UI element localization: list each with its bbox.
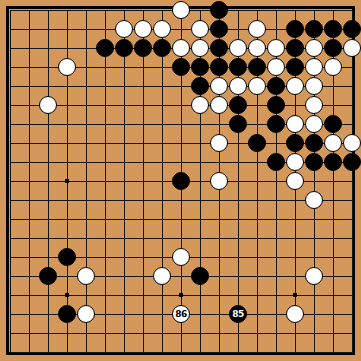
board-intersection[interactable]: [96, 1, 115, 20]
black-stone[interactable]: [267, 96, 285, 114]
board-intersection[interactable]: [324, 324, 343, 343]
black-stone[interactable]: [286, 134, 304, 152]
board-intersection[interactable]: [96, 267, 115, 286]
white-stone[interactable]: [210, 134, 228, 152]
board-intersection[interactable]: [153, 248, 172, 267]
board-intersection[interactable]: [248, 1, 267, 20]
board-intersection[interactable]: [286, 20, 305, 39]
board-intersection[interactable]: [1, 210, 20, 229]
board-intersection[interactable]: [96, 20, 115, 39]
board-intersection[interactable]: [286, 172, 305, 191]
white-stone[interactable]: [172, 248, 190, 266]
black-stone[interactable]: [305, 153, 323, 171]
board-intersection[interactable]: [58, 172, 77, 191]
board-intersection[interactable]: [77, 172, 96, 191]
white-stone[interactable]: [286, 77, 304, 95]
board-intersection[interactable]: [305, 39, 324, 58]
board-intersection[interactable]: [286, 39, 305, 58]
board-intersection[interactable]: [20, 267, 39, 286]
board-intersection[interactable]: [267, 153, 286, 172]
board-intersection[interactable]: [286, 96, 305, 115]
board-intersection[interactable]: [96, 305, 115, 324]
board-intersection[interactable]: [115, 20, 134, 39]
board-intersection[interactable]: [134, 115, 153, 134]
board-intersection[interactable]: [58, 1, 77, 20]
board-intersection[interactable]: [172, 115, 191, 134]
board-intersection[interactable]: [20, 324, 39, 343]
black-stone[interactable]: [172, 58, 190, 76]
board-intersection[interactable]: [115, 324, 134, 343]
board-intersection[interactable]: [77, 1, 96, 20]
board-intersection[interactable]: [343, 115, 361, 134]
board-intersection[interactable]: [210, 267, 229, 286]
board-intersection[interactable]: [267, 134, 286, 153]
board-intersection[interactable]: [286, 248, 305, 267]
white-stone[interactable]: [286, 172, 304, 190]
board-intersection[interactable]: [324, 39, 343, 58]
board-intersection[interactable]: [191, 77, 210, 96]
board-intersection[interactable]: [77, 248, 96, 267]
black-stone[interactable]: [39, 267, 57, 285]
board-intersection[interactable]: [39, 1, 58, 20]
white-stone[interactable]: [305, 58, 323, 76]
board-intersection[interactable]: [20, 1, 39, 20]
board-intersection[interactable]: [286, 267, 305, 286]
board-intersection[interactable]: [229, 286, 248, 305]
board-intersection[interactable]: [343, 20, 361, 39]
board-intersection[interactable]: [134, 1, 153, 20]
board-intersection[interactable]: [324, 115, 343, 134]
board-intersection[interactable]: [229, 267, 248, 286]
board-intersection[interactable]: [96, 210, 115, 229]
board-intersection[interactable]: 86: [172, 305, 191, 324]
black-stone[interactable]: [58, 248, 76, 266]
board-intersection[interactable]: [305, 20, 324, 39]
black-stone[interactable]: [324, 20, 342, 38]
board-intersection[interactable]: [324, 210, 343, 229]
board-intersection[interactable]: [210, 248, 229, 267]
board-intersection[interactable]: [77, 134, 96, 153]
board-intersection[interactable]: [343, 172, 361, 191]
board-intersection[interactable]: [305, 191, 324, 210]
board-intersection[interactable]: [191, 153, 210, 172]
board-intersection[interactable]: [153, 39, 172, 58]
board-intersection[interactable]: [248, 286, 267, 305]
board-intersection[interactable]: [96, 248, 115, 267]
board-intersection[interactable]: [115, 343, 134, 361]
white-stone[interactable]: [191, 39, 209, 57]
board-intersection[interactable]: [343, 58, 361, 77]
board-intersection[interactable]: [191, 343, 210, 361]
white-stone[interactable]: [172, 39, 190, 57]
board-intersection[interactable]: [20, 96, 39, 115]
board-intersection[interactable]: [267, 39, 286, 58]
board-intersection[interactable]: [343, 191, 361, 210]
board-intersection[interactable]: [134, 210, 153, 229]
board-intersection[interactable]: [191, 134, 210, 153]
board-intersection[interactable]: [286, 305, 305, 324]
board-intersection[interactable]: [267, 172, 286, 191]
board-intersection[interactable]: [210, 324, 229, 343]
white-stone[interactable]: [39, 96, 57, 114]
board-intersection[interactable]: [305, 267, 324, 286]
board-intersection[interactable]: [115, 153, 134, 172]
board-intersection[interactable]: [343, 153, 361, 172]
board-intersection[interactable]: [20, 343, 39, 361]
board-intersection[interactable]: [115, 1, 134, 20]
board-intersection[interactable]: [229, 1, 248, 20]
board-intersection[interactable]: [77, 96, 96, 115]
board-intersection[interactable]: [1, 20, 20, 39]
board-intersection[interactable]: [248, 58, 267, 77]
board-intersection[interactable]: [305, 324, 324, 343]
board-intersection[interactable]: [267, 58, 286, 77]
board-intersection[interactable]: [20, 305, 39, 324]
board-intersection[interactable]: [1, 343, 20, 361]
board-intersection[interactable]: [134, 77, 153, 96]
board-intersection[interactable]: [191, 229, 210, 248]
board-intersection[interactable]: [77, 58, 96, 77]
board-intersection[interactable]: [343, 210, 361, 229]
board-intersection[interactable]: [115, 248, 134, 267]
board-intersection[interactable]: [39, 305, 58, 324]
white-stone[interactable]: [77, 267, 95, 285]
board-intersection[interactable]: [77, 115, 96, 134]
board-intersection[interactable]: [229, 343, 248, 361]
board-intersection[interactable]: [58, 229, 77, 248]
board-intersection[interactable]: [229, 39, 248, 58]
board-intersection[interactable]: [77, 153, 96, 172]
board-intersection[interactable]: [248, 324, 267, 343]
board-intersection[interactable]: [229, 20, 248, 39]
black-stone[interactable]: [229, 96, 247, 114]
white-stone[interactable]: [286, 153, 304, 171]
board-intersection[interactable]: [115, 229, 134, 248]
board-intersection[interactable]: [58, 77, 77, 96]
white-stone[interactable]: [248, 39, 266, 57]
white-stone[interactable]: [305, 77, 323, 95]
board-intersection[interactable]: [324, 58, 343, 77]
board-intersection[interactable]: [20, 115, 39, 134]
board-intersection[interactable]: [134, 324, 153, 343]
black-stone[interactable]: [210, 58, 228, 76]
board-intersection[interactable]: [77, 286, 96, 305]
board-intersection[interactable]: [267, 20, 286, 39]
white-stone[interactable]: [210, 96, 228, 114]
board-intersection[interactable]: [210, 1, 229, 20]
board-intersection[interactable]: [96, 324, 115, 343]
go-board-grid[interactable]: 8685: [1, 1, 361, 361]
board-intersection[interactable]: [324, 20, 343, 39]
board-intersection[interactable]: [115, 267, 134, 286]
board-intersection[interactable]: [191, 305, 210, 324]
board-intersection[interactable]: [267, 267, 286, 286]
board-intersection[interactable]: [324, 153, 343, 172]
board-intersection[interactable]: [39, 267, 58, 286]
board-intersection[interactable]: [267, 305, 286, 324]
board-intersection[interactable]: [248, 153, 267, 172]
board-intersection[interactable]: [20, 210, 39, 229]
board-intersection[interactable]: [324, 172, 343, 191]
black-stone[interactable]: [267, 153, 285, 171]
board-intersection[interactable]: [267, 210, 286, 229]
board-intersection[interactable]: [115, 96, 134, 115]
white-stone[interactable]: [210, 172, 228, 190]
board-intersection[interactable]: [134, 58, 153, 77]
board-intersection[interactable]: [191, 115, 210, 134]
board-intersection[interactable]: [1, 267, 20, 286]
board-intersection[interactable]: [115, 191, 134, 210]
board-intersection[interactable]: [210, 134, 229, 153]
board-intersection[interactable]: [286, 115, 305, 134]
black-stone[interactable]: [305, 20, 323, 38]
board-intersection[interactable]: [229, 191, 248, 210]
white-stone[interactable]: [115, 20, 133, 38]
board-intersection[interactable]: [96, 343, 115, 361]
board-intersection[interactable]: [286, 77, 305, 96]
board-intersection[interactable]: [248, 210, 267, 229]
board-intersection[interactable]: [172, 286, 191, 305]
black-stone[interactable]: [96, 39, 114, 57]
board-intersection[interactable]: [210, 172, 229, 191]
board-intersection[interactable]: [77, 305, 96, 324]
board-intersection[interactable]: [286, 324, 305, 343]
black-stone[interactable]: [267, 115, 285, 133]
board-intersection[interactable]: [305, 1, 324, 20]
board-intersection[interactable]: [343, 1, 361, 20]
board-intersection[interactable]: [115, 39, 134, 58]
board-intersection[interactable]: [20, 39, 39, 58]
black-stone[interactable]: [248, 134, 266, 152]
board-intersection[interactable]: [324, 134, 343, 153]
board-intersection[interactable]: [58, 286, 77, 305]
board-intersection[interactable]: [172, 134, 191, 153]
board-intersection[interactable]: [305, 248, 324, 267]
board-intersection[interactable]: [39, 153, 58, 172]
board-intersection[interactable]: [229, 172, 248, 191]
board-intersection[interactable]: [229, 134, 248, 153]
board-intersection[interactable]: [1, 77, 20, 96]
board-intersection[interactable]: [39, 77, 58, 96]
board-intersection[interactable]: [324, 1, 343, 20]
board-intersection[interactable]: [153, 172, 172, 191]
board-intersection[interactable]: [305, 229, 324, 248]
board-intersection[interactable]: [267, 229, 286, 248]
board-intersection[interactable]: [267, 324, 286, 343]
board-intersection[interactable]: [1, 58, 20, 77]
board-intersection[interactable]: [58, 191, 77, 210]
board-intersection[interactable]: [248, 172, 267, 191]
board-intersection[interactable]: [343, 248, 361, 267]
white-stone[interactable]: [305, 191, 323, 209]
board-intersection[interactable]: [248, 267, 267, 286]
board-intersection[interactable]: [172, 210, 191, 229]
board-intersection[interactable]: [172, 229, 191, 248]
board-intersection[interactable]: [58, 39, 77, 58]
black-stone[interactable]: 85: [229, 305, 247, 323]
board-intersection[interactable]: [191, 324, 210, 343]
board-intersection[interactable]: [248, 343, 267, 361]
board-intersection[interactable]: [248, 77, 267, 96]
board-intersection[interactable]: [172, 1, 191, 20]
board-intersection[interactable]: [58, 115, 77, 134]
board-intersection[interactable]: [20, 77, 39, 96]
board-intersection[interactable]: [39, 134, 58, 153]
board-intersection[interactable]: [153, 115, 172, 134]
board-intersection[interactable]: [267, 191, 286, 210]
board-intersection[interactable]: [286, 343, 305, 361]
board-intersection[interactable]: [134, 305, 153, 324]
board-intersection[interactable]: [1, 96, 20, 115]
black-stone[interactable]: [191, 77, 209, 95]
board-intersection[interactable]: [1, 134, 20, 153]
board-intersection[interactable]: [191, 191, 210, 210]
board-intersection[interactable]: [77, 343, 96, 361]
board-intersection[interactable]: [96, 191, 115, 210]
black-stone[interactable]: [172, 172, 190, 190]
board-intersection[interactable]: [229, 115, 248, 134]
board-intersection[interactable]: [115, 77, 134, 96]
board-intersection[interactable]: [58, 210, 77, 229]
board-intersection[interactable]: [77, 39, 96, 58]
board-intersection[interactable]: [134, 172, 153, 191]
black-stone[interactable]: [267, 77, 285, 95]
board-intersection[interactable]: [305, 153, 324, 172]
white-stone[interactable]: [324, 58, 342, 76]
board-intersection[interactable]: [191, 39, 210, 58]
board-intersection[interactable]: [39, 343, 58, 361]
board-intersection[interactable]: [153, 229, 172, 248]
board-intersection[interactable]: [39, 210, 58, 229]
white-stone[interactable]: [229, 77, 247, 95]
board-intersection[interactable]: [210, 286, 229, 305]
board-intersection[interactable]: [305, 343, 324, 361]
black-stone[interactable]: [343, 153, 361, 171]
board-intersection[interactable]: [39, 172, 58, 191]
white-stone[interactable]: [305, 96, 323, 114]
board-intersection[interactable]: [248, 134, 267, 153]
board-intersection[interactable]: [77, 229, 96, 248]
board-intersection[interactable]: [39, 191, 58, 210]
board-intersection[interactable]: [134, 343, 153, 361]
board-intersection[interactable]: [172, 267, 191, 286]
board-intersection[interactable]: [77, 191, 96, 210]
board-intersection[interactable]: [20, 134, 39, 153]
black-stone[interactable]: [324, 153, 342, 171]
board-intersection[interactable]: [153, 286, 172, 305]
board-intersection[interactable]: [286, 134, 305, 153]
board-intersection[interactable]: [210, 20, 229, 39]
board-intersection[interactable]: [267, 286, 286, 305]
black-stone[interactable]: [191, 267, 209, 285]
board-intersection[interactable]: [1, 248, 20, 267]
board-intersection[interactable]: [286, 191, 305, 210]
board-intersection[interactable]: [305, 77, 324, 96]
black-stone[interactable]: [134, 39, 152, 57]
board-intersection[interactable]: [191, 267, 210, 286]
board-intersection[interactable]: [324, 286, 343, 305]
board-intersection[interactable]: [210, 77, 229, 96]
board-intersection[interactable]: [77, 324, 96, 343]
board-intersection[interactable]: [267, 77, 286, 96]
board-intersection[interactable]: [324, 191, 343, 210]
board-intersection[interactable]: [210, 39, 229, 58]
black-stone[interactable]: [153, 39, 171, 57]
white-stone[interactable]: [191, 20, 209, 38]
board-intersection[interactable]: [210, 229, 229, 248]
board-intersection[interactable]: [324, 305, 343, 324]
board-intersection[interactable]: [210, 343, 229, 361]
board-intersection[interactable]: [324, 229, 343, 248]
board-intersection[interactable]: [343, 39, 361, 58]
white-stone[interactable]: [267, 58, 285, 76]
board-intersection[interactable]: [172, 58, 191, 77]
board-intersection[interactable]: [248, 96, 267, 115]
board-intersection[interactable]: [134, 248, 153, 267]
board-intersection[interactable]: [229, 324, 248, 343]
board-intersection[interactable]: [172, 172, 191, 191]
board-intersection[interactable]: [172, 39, 191, 58]
white-stone[interactable]: [324, 134, 342, 152]
board-intersection[interactable]: [115, 305, 134, 324]
white-stone[interactable]: [305, 267, 323, 285]
white-stone[interactable]: [343, 134, 361, 152]
board-intersection[interactable]: [191, 96, 210, 115]
board-intersection[interactable]: [39, 248, 58, 267]
black-stone[interactable]: [248, 58, 266, 76]
board-intersection[interactable]: [210, 153, 229, 172]
board-intersection[interactable]: [96, 77, 115, 96]
board-intersection[interactable]: [343, 267, 361, 286]
board-intersection[interactable]: [305, 134, 324, 153]
black-stone[interactable]: [305, 134, 323, 152]
board-intersection[interactable]: [229, 77, 248, 96]
board-intersection[interactable]: [96, 172, 115, 191]
board-intersection[interactable]: [39, 229, 58, 248]
white-stone[interactable]: [172, 1, 190, 19]
board-intersection[interactable]: [115, 58, 134, 77]
board-intersection[interactable]: [248, 39, 267, 58]
board-intersection[interactable]: [20, 153, 39, 172]
board-intersection[interactable]: [134, 267, 153, 286]
white-stone[interactable]: [305, 115, 323, 133]
board-intersection[interactable]: [267, 248, 286, 267]
board-intersection[interactable]: [20, 58, 39, 77]
board-intersection[interactable]: [305, 210, 324, 229]
board-intersection[interactable]: [172, 20, 191, 39]
board-intersection[interactable]: [229, 58, 248, 77]
board-intersection[interactable]: [191, 172, 210, 191]
board-intersection[interactable]: [39, 58, 58, 77]
board-intersection[interactable]: [305, 172, 324, 191]
board-intersection[interactable]: [305, 96, 324, 115]
black-stone[interactable]: [324, 39, 342, 57]
board-intersection[interactable]: [343, 229, 361, 248]
board-intersection[interactable]: [210, 58, 229, 77]
board-intersection[interactable]: [191, 286, 210, 305]
board-intersection[interactable]: [20, 20, 39, 39]
board-intersection[interactable]: [1, 153, 20, 172]
board-intersection[interactable]: [324, 248, 343, 267]
white-stone[interactable]: [286, 115, 304, 133]
board-intersection[interactable]: [286, 1, 305, 20]
board-intersection[interactable]: [172, 153, 191, 172]
board-intersection[interactable]: [153, 134, 172, 153]
board-intersection[interactable]: [58, 305, 77, 324]
board-intersection[interactable]: [1, 39, 20, 58]
board-intersection[interactable]: [191, 248, 210, 267]
board-intersection[interactable]: [343, 343, 361, 361]
